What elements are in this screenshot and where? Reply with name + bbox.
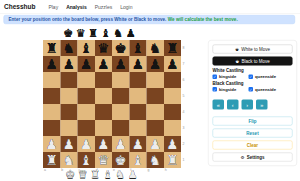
square-h6[interactable] bbox=[164, 72, 181, 88]
square-c7[interactable]: ♟ bbox=[78, 56, 95, 72]
chess-board[interactable]: ♜♞♝♛♚♝♞♜♟♟♟♟♟♟♟♟♟♟♟♟♟♟♟♟♜♞♝♛♚♝♞♜ bbox=[43, 40, 181, 168]
white-kingside-checkbox[interactable]: ✓ bbox=[213, 74, 218, 79]
square-g7[interactable]: ♟ bbox=[147, 56, 164, 72]
black-pawn-piece[interactable]: ♟ bbox=[149, 56, 161, 72]
white-knight-piece[interactable]: ♞ bbox=[63, 152, 75, 168]
black-queen-piece[interactable]: ♛ bbox=[97, 40, 109, 56]
black-bishop-piece[interactable]: ♝ bbox=[100, 27, 113, 39]
square-e5[interactable] bbox=[112, 88, 129, 104]
square-c1[interactable]: ♝ bbox=[78, 152, 95, 168]
black-bishop-piece[interactable]: ♝ bbox=[80, 40, 92, 56]
square-b4[interactable] bbox=[60, 104, 77, 120]
rank-label-7: 7 bbox=[183, 56, 185, 72]
square-a4[interactable] bbox=[43, 104, 60, 120]
square-e8[interactable]: ♚ bbox=[112, 40, 129, 56]
white-piece-palette: ♚♛♜♝♞♟ bbox=[64, 169, 139, 181]
instruction-text: Enter your position onto the board below… bbox=[9, 17, 167, 22]
square-h3[interactable] bbox=[164, 120, 181, 136]
square-e1[interactable]: ♚ bbox=[112, 152, 129, 168]
square-a2[interactable]: ♟ bbox=[43, 136, 60, 152]
white-bishop-piece[interactable]: ♝ bbox=[132, 152, 144, 168]
black-queen-piece[interactable]: ♛ bbox=[75, 27, 88, 39]
rank-label-4: 4 bbox=[183, 104, 185, 120]
black-piece-palette: ♚♛♜♝♞♟ bbox=[62, 27, 137, 39]
first-move-button[interactable]: « bbox=[213, 100, 225, 110]
square-f6[interactable] bbox=[129, 72, 146, 88]
square-c4[interactable] bbox=[78, 104, 95, 120]
square-f3[interactable] bbox=[129, 120, 146, 136]
black-to-move-label: Black to Move bbox=[241, 59, 269, 64]
square-c3[interactable] bbox=[78, 120, 95, 136]
white-pawn-piece[interactable]: ♟ bbox=[80, 136, 92, 152]
clear-button[interactable]: Clear bbox=[213, 141, 293, 150]
square-d1[interactable]: ♛ bbox=[95, 152, 112, 168]
square-g2[interactable]: ♟ bbox=[147, 136, 164, 152]
black-pawn-piece[interactable]: ♟ bbox=[97, 56, 109, 72]
white-knight-piece[interactable]: ♞ bbox=[114, 169, 127, 181]
rank-label-6: 6 bbox=[183, 72, 185, 88]
square-b3[interactable] bbox=[60, 120, 77, 136]
square-d2[interactable]: ♟ bbox=[95, 136, 112, 152]
square-g3[interactable] bbox=[147, 120, 164, 136]
square-a5[interactable] bbox=[43, 88, 60, 104]
white-pawn-piece[interactable]: ♟ bbox=[132, 136, 144, 152]
nav-item-login[interactable]: Login bbox=[120, 4, 132, 10]
square-e4[interactable] bbox=[112, 104, 129, 120]
white-kingside-label: kingside bbox=[219, 74, 236, 79]
black-kingside-label: kingside bbox=[219, 87, 236, 92]
square-d3[interactable] bbox=[95, 120, 112, 136]
square-b6[interactable] bbox=[60, 72, 77, 88]
white-pawn-piece[interactable]: ♟ bbox=[46, 136, 58, 152]
square-h1[interactable]: ♜ bbox=[164, 152, 181, 168]
reset-button[interactable]: Reset bbox=[213, 129, 293, 138]
rank-label-1: 1 bbox=[183, 152, 185, 168]
side-panel: ♚ White to Move ♚ Black to Move White Ca… bbox=[208, 40, 297, 166]
white-to-move-label: White to Move bbox=[241, 47, 270, 52]
square-b1[interactable]: ♞ bbox=[60, 152, 77, 168]
square-a7[interactable]: ♟ bbox=[43, 56, 60, 72]
square-a3[interactable] bbox=[43, 120, 60, 136]
white-pawn-piece[interactable]: ♟ bbox=[63, 136, 75, 152]
black-pawn-piece[interactable]: ♟ bbox=[63, 56, 75, 72]
square-e7[interactable]: ♟ bbox=[112, 56, 129, 72]
rank-label-2: 2 bbox=[183, 136, 185, 152]
black-pawn-piece[interactable]: ♟ bbox=[80, 56, 92, 72]
square-d5[interactable] bbox=[95, 88, 112, 104]
square-h8[interactable]: ♜ bbox=[164, 40, 181, 56]
white-pawn-piece[interactable]: ♟ bbox=[127, 169, 140, 181]
square-h7[interactable]: ♟ bbox=[164, 56, 181, 72]
square-e2[interactable]: ♟ bbox=[112, 136, 129, 152]
square-g6[interactable] bbox=[147, 72, 164, 88]
white-queen-piece[interactable]: ♛ bbox=[77, 169, 90, 181]
square-f2[interactable]: ♟ bbox=[129, 136, 146, 152]
black-pawn-piece[interactable]: ♟ bbox=[46, 56, 58, 72]
black-pawn-piece[interactable]: ♟ bbox=[132, 56, 144, 72]
black-pawn-piece[interactable]: ♟ bbox=[125, 27, 138, 39]
rank-coordinates: 87654321 bbox=[183, 40, 185, 168]
previous-move-button[interactable]: ‹ bbox=[227, 100, 239, 110]
square-a8[interactable]: ♜ bbox=[43, 40, 60, 56]
square-c6[interactable] bbox=[78, 72, 95, 88]
rank-label-5: 5 bbox=[183, 88, 185, 104]
white-pawn-piece[interactable]: ♟ bbox=[115, 136, 127, 152]
nav-item-analysis[interactable]: Analysis bbox=[66, 4, 87, 10]
instruction-banner: Enter your position onto the board below… bbox=[4, 15, 296, 24]
rank-label-8: 8 bbox=[183, 40, 185, 56]
white-pawn-piece[interactable]: ♟ bbox=[166, 136, 178, 152]
square-b8[interactable]: ♞ bbox=[60, 40, 77, 56]
brand-logo[interactable]: Chesshub bbox=[4, 3, 35, 11]
square-d4[interactable] bbox=[95, 104, 112, 120]
settings-label: Settings bbox=[247, 155, 265, 160]
square-d6[interactable] bbox=[95, 72, 112, 88]
square-e3[interactable] bbox=[112, 120, 129, 136]
black-castling-heading: Black Castling bbox=[213, 81, 293, 87]
square-c8[interactable]: ♝ bbox=[78, 40, 95, 56]
black-queenside-checkbox[interactable]: ✓ bbox=[249, 87, 254, 92]
black-king-piece[interactable]: ♚ bbox=[62, 27, 75, 39]
top-nav: Chesshub Play Analysis Puzzles Login bbox=[0, 0, 300, 14]
nav-item-puzzles[interactable]: Puzzles bbox=[95, 4, 113, 10]
nav-item-play[interactable]: Play bbox=[48, 4, 58, 10]
black-knight-piece[interactable]: ♞ bbox=[149, 40, 161, 56]
square-c2[interactable]: ♟ bbox=[78, 136, 95, 152]
white-king-icon: ♚ bbox=[235, 47, 239, 52]
black-rook-piece[interactable]: ♜ bbox=[166, 40, 178, 56]
next-move-button[interactable]: › bbox=[242, 100, 254, 110]
page: Chesshub Play Analysis Puzzles Login Ent… bbox=[0, 0, 300, 180]
settings-button[interactable]: ⚙ Settings bbox=[213, 153, 293, 162]
square-c5[interactable] bbox=[78, 88, 95, 104]
black-king-piece[interactable]: ♚ bbox=[115, 40, 127, 56]
black-knight-piece[interactable]: ♞ bbox=[63, 40, 75, 56]
black-to-move-button[interactable]: ♚ Black to Move bbox=[213, 57, 293, 66]
white-castling-options: ✓ kingside ✓ queenside bbox=[213, 74, 293, 79]
file-label-a: a bbox=[43, 168, 60, 172]
black-knight-piece[interactable]: ♞ bbox=[112, 27, 125, 39]
white-castling-heading: White Castling bbox=[213, 68, 293, 74]
white-to-move-button[interactable]: ♚ White to Move bbox=[213, 45, 293, 54]
move-navigation: « ‹ › » bbox=[213, 100, 293, 110]
square-d8[interactable]: ♛ bbox=[95, 40, 112, 56]
white-pawn-piece[interactable]: ♟ bbox=[149, 136, 161, 152]
square-a6[interactable] bbox=[43, 72, 60, 88]
square-g8[interactable]: ♞ bbox=[147, 40, 164, 56]
white-queenside-label: queenside bbox=[255, 74, 276, 79]
square-b7[interactable]: ♟ bbox=[60, 56, 77, 72]
square-b5[interactable] bbox=[60, 88, 77, 104]
black-rook-piece[interactable]: ♜ bbox=[87, 27, 100, 39]
square-f8[interactable]: ♝ bbox=[129, 40, 146, 56]
white-queenside-checkbox[interactable]: ✓ bbox=[249, 74, 254, 79]
square-f5[interactable] bbox=[129, 88, 146, 104]
square-h4[interactable] bbox=[164, 104, 181, 120]
last-move-button[interactable]: » bbox=[256, 100, 268, 110]
gear-icon: ⚙ bbox=[241, 155, 245, 160]
square-f4[interactable] bbox=[129, 104, 146, 120]
black-bishop-piece[interactable]: ♝ bbox=[132, 40, 144, 56]
black-queenside-label: queenside bbox=[255, 87, 276, 92]
white-knight-piece[interactable]: ♞ bbox=[149, 152, 161, 168]
rank-label-3: 3 bbox=[183, 120, 185, 136]
square-f7[interactable]: ♟ bbox=[129, 56, 146, 72]
white-bishop-piece[interactable]: ♝ bbox=[80, 152, 92, 168]
white-king-piece[interactable]: ♚ bbox=[64, 169, 77, 181]
black-pawn-piece[interactable]: ♟ bbox=[166, 56, 178, 72]
white-queen-piece[interactable]: ♛ bbox=[97, 152, 109, 168]
square-g5[interactable] bbox=[147, 88, 164, 104]
square-b2[interactable]: ♟ bbox=[60, 136, 77, 152]
white-pawn-piece[interactable]: ♟ bbox=[97, 136, 109, 152]
square-g4[interactable] bbox=[147, 104, 164, 120]
square-h2[interactable]: ♟ bbox=[164, 136, 181, 152]
white-rook-piece[interactable]: ♜ bbox=[46, 152, 58, 168]
black-rook-piece[interactable]: ♜ bbox=[46, 40, 58, 56]
white-king-piece[interactable]: ♚ bbox=[115, 152, 127, 168]
white-bishop-piece[interactable]: ♝ bbox=[102, 169, 115, 181]
black-king-icon: ♚ bbox=[235, 59, 239, 64]
square-h5[interactable] bbox=[164, 88, 181, 104]
file-label-h: h bbox=[164, 168, 181, 172]
square-e6[interactable] bbox=[112, 72, 129, 88]
instruction-highlight: We will calculate the best move. bbox=[168, 17, 238, 22]
black-pawn-piece[interactable]: ♟ bbox=[115, 56, 127, 72]
white-rook-piece[interactable]: ♜ bbox=[89, 169, 102, 181]
square-a1[interactable]: ♜ bbox=[43, 152, 60, 168]
flip-button[interactable]: Flip bbox=[213, 117, 293, 126]
square-g1[interactable]: ♞ bbox=[147, 152, 164, 168]
square-d7[interactable]: ♟ bbox=[95, 56, 112, 72]
square-f1[interactable]: ♝ bbox=[129, 152, 146, 168]
black-castling-options: ✓ kingside ✓ queenside bbox=[213, 87, 293, 92]
file-label-g: g bbox=[147, 168, 164, 172]
black-kingside-checkbox[interactable]: ✓ bbox=[213, 87, 218, 92]
white-rook-piece[interactable]: ♜ bbox=[166, 152, 178, 168]
